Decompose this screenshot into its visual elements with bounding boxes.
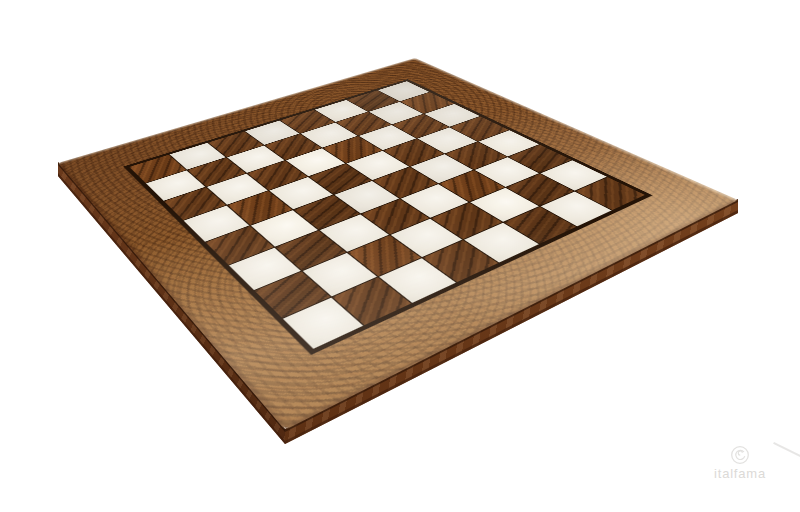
watermark-text: italfama (714, 467, 766, 481)
watermark-diagonal-line (773, 442, 800, 457)
board-field (123, 79, 652, 355)
photo-background: italfama (0, 0, 800, 512)
board-grid (129, 81, 645, 349)
watermark: italfama (703, 444, 777, 481)
italfama-logo-icon (729, 444, 751, 466)
